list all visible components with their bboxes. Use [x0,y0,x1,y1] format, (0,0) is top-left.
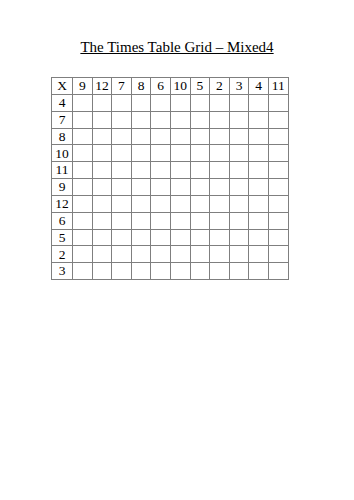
answer-cell[interactable] [93,145,113,162]
answer-cell[interactable] [269,145,289,162]
answer-cell[interactable] [132,179,152,196]
answer-cell[interactable] [269,230,289,247]
answer-cell[interactable] [112,179,132,196]
answer-cell[interactable] [191,145,211,162]
answer-cell[interactable] [112,230,132,247]
top-multiplier-cell: 6 [151,78,171,95]
answer-cell[interactable] [249,246,269,263]
answer-cell[interactable] [93,162,113,179]
answer-cell[interactable] [151,230,171,247]
answer-cell[interactable] [249,95,269,112]
answer-cell[interactable] [93,263,113,280]
answer-cell[interactable] [269,162,289,179]
answer-cell[interactable] [269,196,289,213]
answer-cell[interactable] [171,95,191,112]
answer-cell[interactable] [132,213,152,230]
left-multiplier-cell: 3 [52,263,73,280]
answer-cell[interactable] [210,162,230,179]
answer-cell[interactable] [171,129,191,146]
answer-cell[interactable] [230,112,250,129]
top-multiplier-cell: 11 [269,78,289,95]
answer-cell[interactable] [249,179,269,196]
answer-cell[interactable] [171,246,191,263]
answer-cell[interactable] [151,95,171,112]
top-multiplier-cell: 5 [191,78,211,95]
answer-cell[interactable] [171,213,191,230]
answer-cell[interactable] [151,162,171,179]
answer-cell[interactable] [73,213,93,230]
answer-cell[interactable] [112,112,132,129]
answer-cell[interactable] [151,129,171,146]
top-multiplier-cell: 3 [230,78,250,95]
answer-cell[interactable] [93,112,113,129]
answer-cell[interactable] [230,263,250,280]
answer-cell[interactable] [73,129,93,146]
answer-cell[interactable] [171,112,191,129]
answer-cell[interactable] [112,145,132,162]
answer-cell[interactable] [230,145,250,162]
left-multiplier-cell: 9 [52,179,73,196]
answer-cell[interactable] [249,213,269,230]
answer-cell[interactable] [73,95,93,112]
answer-cell[interactable] [191,196,211,213]
answer-cell[interactable] [230,196,250,213]
answer-cell[interactable] [73,246,93,263]
left-multiplier-cell: 7 [52,112,73,129]
answer-cell[interactable] [230,95,250,112]
left-multiplier-cell: 8 [52,129,73,146]
answer-cell[interactable] [171,230,191,247]
answer-cell[interactable] [230,213,250,230]
answer-cell[interactable] [269,95,289,112]
answer-cell[interactable] [93,196,113,213]
answer-cell[interactable] [73,196,93,213]
answer-cell[interactable] [151,213,171,230]
top-multiplier-cell: 10 [171,78,191,95]
times-table-grid: X9127861052341147810119126523 [51,77,289,280]
answer-cell[interactable] [230,246,250,263]
answer-cell[interactable] [210,196,230,213]
answer-cell[interactable] [112,162,132,179]
answer-cell[interactable] [269,129,289,146]
worksheet-title: The Times Table Grid – Mixed4 [0,38,354,57]
answer-cell[interactable] [93,129,113,146]
answer-cell[interactable] [210,263,230,280]
answer-cell[interactable] [151,246,171,263]
answer-cell[interactable] [112,213,132,230]
answer-cell[interactable] [210,145,230,162]
answer-cell[interactable] [171,179,191,196]
answer-cell[interactable] [210,112,230,129]
answer-cell[interactable] [73,162,93,179]
answer-cell[interactable] [112,196,132,213]
answer-cell[interactable] [210,213,230,230]
left-multiplier-cell: 2 [52,246,73,263]
answer-cell[interactable] [191,230,211,247]
answer-cell[interactable] [93,213,113,230]
answer-cell[interactable] [132,145,152,162]
answer-cell[interactable] [112,129,132,146]
answer-cell[interactable] [93,230,113,247]
answer-cell[interactable] [230,129,250,146]
answer-cell[interactable] [151,145,171,162]
answer-cell[interactable] [249,112,269,129]
answer-cell[interactable] [151,179,171,196]
answer-cell[interactable] [132,95,152,112]
answer-cell[interactable] [230,162,250,179]
left-multiplier-cell: 12 [52,196,73,213]
answer-cell[interactable] [171,263,191,280]
left-multiplier-cell: 6 [52,213,73,230]
answer-cell[interactable] [249,145,269,162]
answer-cell[interactable] [73,145,93,162]
worksheet-page: The Times Table Grid – Mixed4 X912786105… [0,0,354,500]
answer-cell[interactable] [210,246,230,263]
answer-cell[interactable] [132,112,152,129]
answer-cell[interactable] [112,95,132,112]
top-multiplier-cell: 2 [210,78,230,95]
answer-cell[interactable] [171,145,191,162]
left-multiplier-cell: 5 [52,230,73,247]
answer-cell[interactable] [73,112,93,129]
answer-cell[interactable] [151,112,171,129]
answer-cell[interactable] [210,179,230,196]
answer-cell[interactable] [112,246,132,263]
answer-cell[interactable] [249,162,269,179]
answer-cell[interactable] [191,246,211,263]
answer-cell[interactable] [249,196,269,213]
answer-cell[interactable] [249,230,269,247]
left-multiplier-cell: 11 [52,162,73,179]
answer-cell[interactable] [112,263,132,280]
worksheet-title-text: The Times Table Grid – Mixed4 [80,39,273,55]
corner-cell: X [52,78,73,95]
answer-cell[interactable] [191,95,211,112]
answer-cell[interactable] [93,246,113,263]
answer-cell[interactable] [132,129,152,146]
answer-cell[interactable] [269,263,289,280]
answer-cell[interactable] [269,246,289,263]
answer-cell[interactable] [191,162,211,179]
answer-cell[interactable] [73,230,93,247]
answer-cell[interactable] [230,179,250,196]
answer-cell[interactable] [191,263,211,280]
answer-cell[interactable] [269,112,289,129]
answer-cell[interactable] [210,129,230,146]
answer-cell[interactable] [132,162,152,179]
answer-cell[interactable] [132,230,152,247]
answer-cell[interactable] [269,213,289,230]
answer-cell[interactable] [249,263,269,280]
top-multiplier-cell: 12 [93,78,113,95]
answer-cell[interactable] [210,95,230,112]
answer-cell[interactable] [210,230,230,247]
answer-cell[interactable] [73,179,93,196]
answer-cell[interactable] [151,263,171,280]
answer-cell[interactable] [171,162,191,179]
answer-cell[interactable] [132,246,152,263]
answer-cell[interactable] [73,263,93,280]
answer-cell[interactable] [191,179,211,196]
answer-cell[interactable] [93,179,113,196]
answer-cell[interactable] [93,95,113,112]
answer-cell[interactable] [151,196,171,213]
top-multiplier-cell: 4 [249,78,269,95]
answer-cell[interactable] [230,230,250,247]
answer-cell[interactable] [132,263,152,280]
answer-cell[interactable] [171,196,191,213]
top-multiplier-cell: 9 [73,78,93,95]
left-multiplier-cell: 4 [52,95,73,112]
answer-cell[interactable] [191,112,211,129]
left-multiplier-cell: 10 [52,145,73,162]
answer-cell[interactable] [191,129,211,146]
answer-cell[interactable] [191,213,211,230]
top-multiplier-cell: 7 [112,78,132,95]
answer-cell[interactable] [249,129,269,146]
answer-cell[interactable] [132,196,152,213]
answer-cell[interactable] [269,179,289,196]
top-multiplier-cell: 8 [132,78,152,95]
